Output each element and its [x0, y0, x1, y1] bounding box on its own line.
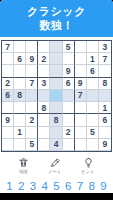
cell-r4c3[interactable]: 7 [26, 78, 38, 90]
cell-r9c1[interactable] [2, 139, 14, 151]
cell-r6c2[interactable] [14, 102, 26, 114]
cell-r6c3[interactable] [26, 102, 38, 114]
numpad-2[interactable]: 2 [16, 180, 27, 192]
number-pad: 123456789 [0, 179, 113, 193]
toolbar: 消去 ノート ヒント [0, 157, 113, 177]
cell-r4c1[interactable]: 2 [2, 78, 14, 90]
cell-r2c1[interactable] [2, 53, 14, 65]
numpad-4[interactable]: 4 [39, 180, 50, 192]
cell-r3c7[interactable] [75, 65, 87, 77]
numpad-8[interactable]: 8 [86, 180, 97, 192]
cell-r3c3[interactable] [26, 65, 38, 77]
cell-r2c8[interactable]: 1 [87, 53, 99, 65]
cell-r7c6[interactable] [63, 114, 75, 126]
cell-r5c3[interactable] [26, 90, 38, 102]
cell-r9c4[interactable] [38, 139, 50, 151]
cell-r2c5[interactable] [50, 53, 62, 65]
cell-r9c8[interactable] [87, 139, 99, 151]
cell-r3c5[interactable] [50, 65, 62, 77]
cell-r6c9[interactable]: 1 [99, 102, 111, 114]
cell-r9c7[interactable] [75, 139, 87, 151]
cell-r8c9[interactable] [99, 127, 111, 139]
cell-r4c9[interactable]: 8 [99, 78, 111, 90]
cell-r5c4[interactable] [38, 90, 50, 102]
note-label: ノート [49, 169, 62, 174]
cell-r7c5[interactable]: 8 [50, 114, 62, 126]
numpad-5[interactable]: 5 [51, 180, 62, 192]
cell-r8c2[interactable]: 1 [14, 127, 26, 139]
cell-r5c9[interactable] [99, 90, 111, 102]
cell-r5c8[interactable] [87, 90, 99, 102]
cell-r5c1[interactable]: 6 [2, 90, 14, 102]
cell-r3c6[interactable]: 9 [63, 65, 75, 77]
cell-r3c4[interactable] [38, 65, 50, 77]
pencil-icon [50, 157, 61, 168]
cell-r7c2[interactable] [14, 114, 26, 126]
cell-r7c3[interactable]: 2 [26, 114, 38, 126]
sudoku-board: 7536921796273698687819286125549 [1, 40, 112, 152]
cell-r1c4[interactable] [38, 41, 50, 53]
cell-r8c3[interactable] [26, 127, 38, 139]
hint-button[interactable]: ヒント [81, 157, 95, 174]
cell-r3c1[interactable] [2, 65, 14, 77]
cell-r8c8[interactable]: 5 [87, 127, 99, 139]
cell-r8c7[interactable] [75, 127, 87, 139]
cell-r4c5[interactable] [50, 78, 62, 90]
cell-r4c8[interactable] [87, 78, 99, 90]
cell-r1c7[interactable] [75, 41, 87, 53]
cell-r4c7[interactable]: 9 [75, 78, 87, 90]
cell-r2c9[interactable]: 7 [99, 53, 111, 65]
erase-label: 消去 [19, 169, 28, 174]
cell-r8c6[interactable]: 2 [63, 127, 75, 139]
bottom-bar [0, 193, 113, 200]
app-title-banner: クラシック 数独！ [0, 0, 113, 37]
cell-r2c2[interactable]: 6 [14, 53, 26, 65]
cell-r1c1[interactable]: 7 [2, 41, 14, 53]
cell-r1c8[interactable] [87, 41, 99, 53]
cell-r4c2[interactable] [14, 78, 26, 90]
cell-r6c7[interactable] [75, 102, 87, 114]
cell-r4c6[interactable]: 6 [63, 78, 75, 90]
app-title-line1: クラシック [0, 5, 113, 19]
cell-r7c7[interactable] [75, 114, 87, 126]
cell-r5c6[interactable] [63, 90, 75, 102]
cell-r3c8[interactable]: 6 [87, 65, 99, 77]
cell-r8c5[interactable] [50, 127, 62, 139]
cell-r7c8[interactable] [87, 114, 99, 126]
cell-r6c1[interactable] [2, 102, 14, 114]
numpad-9[interactable]: 9 [98, 180, 109, 192]
cell-r9c2[interactable] [14, 139, 26, 151]
cell-r6c5[interactable] [50, 102, 62, 114]
cell-r6c4[interactable]: 8 [38, 102, 50, 114]
cell-r7c4[interactable] [38, 114, 50, 126]
cell-r9c5[interactable]: 4 [50, 139, 62, 151]
cell-r1c2[interactable] [14, 41, 26, 53]
cell-r6c8[interactable] [87, 102, 99, 114]
cell-r1c6[interactable]: 5 [63, 41, 75, 53]
cell-r3c9[interactable] [99, 65, 111, 77]
cell-r5c7[interactable]: 7 [75, 90, 87, 102]
cell-r2c4[interactable]: 2 [38, 53, 50, 65]
numpad-6[interactable]: 6 [63, 180, 74, 192]
cell-r1c5[interactable] [50, 41, 62, 53]
erase-button[interactable]: 消去 [18, 157, 29, 174]
cell-r1c9[interactable]: 3 [99, 41, 111, 53]
cell-r5c2[interactable]: 8 [14, 90, 26, 102]
cell-r8c1[interactable] [2, 127, 14, 139]
cell-r6c6[interactable] [63, 102, 75, 114]
cell-r2c6[interactable] [63, 53, 75, 65]
numpad-7[interactable]: 7 [75, 180, 86, 192]
cell-r5c5[interactable] [50, 90, 62, 102]
cell-r8c4[interactable] [38, 127, 50, 139]
cell-r3c2[interactable] [14, 65, 26, 77]
app-title-line2: 数独！ [0, 19, 113, 33]
hint-label: ヒント [82, 169, 95, 174]
numpad-3[interactable]: 3 [28, 180, 39, 192]
cell-r9c6[interactable] [63, 139, 75, 151]
cell-r7c1[interactable]: 9 [2, 114, 14, 126]
numpad-1[interactable]: 1 [4, 180, 15, 192]
cell-r9c3[interactable]: 5 [26, 139, 38, 151]
trash-icon [18, 157, 29, 168]
cell-r9c9[interactable]: 9 [99, 139, 111, 151]
cell-r4c4[interactable]: 3 [38, 78, 50, 90]
app-screen: クラシック 数独！ 753692179627369868781928612554… [0, 0, 113, 200]
note-button[interactable]: ノート [48, 157, 62, 174]
cell-r1c3[interactable] [26, 41, 38, 53]
cell-r2c7[interactable] [75, 53, 87, 65]
cell-r2c3[interactable]: 9 [26, 53, 38, 65]
lightbulb-icon [83, 157, 94, 168]
cell-r7c9[interactable]: 6 [99, 114, 111, 126]
